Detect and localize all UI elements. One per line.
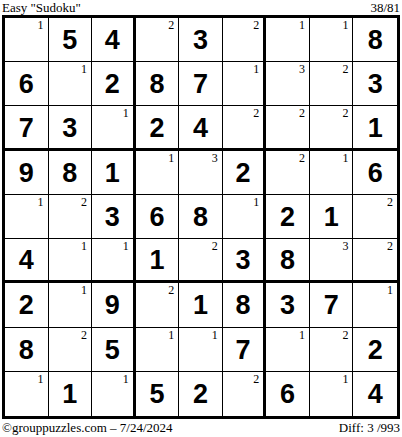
given-digit: 3 (49, 106, 92, 147)
sudoku-cell[interactable]: 2 (223, 151, 267, 195)
sudoku-cell[interactable]: 7 (5, 106, 49, 150)
pencil-mark: 1 (299, 18, 305, 33)
sudoku-cell[interactable]: 3 (266, 62, 310, 106)
given-digit: 2 (266, 195, 309, 238)
sudoku-cell[interactable]: 9 (5, 151, 49, 195)
sudoku-cell[interactable]: 6 (5, 62, 49, 106)
given-digit: 5 (136, 372, 179, 416)
pencil-mark: 3 (299, 62, 305, 77)
sudoku-cell[interactable]: 1 (310, 372, 354, 416)
sudoku-cell[interactable]: 2 (179, 239, 223, 283)
sudoku-cell[interactable]: 3 (353, 62, 397, 106)
pencil-mark: 2 (299, 151, 305, 166)
sudoku-cell[interactable]: 1 (92, 372, 136, 416)
given-digit: 7 (310, 283, 353, 326)
sudoku-cell[interactable]: 2 (136, 283, 180, 327)
sudoku-cell[interactable]: 4 (5, 239, 49, 283)
sudoku-cell[interactable]: 2 (353, 328, 397, 372)
sudoku-cell[interactable]: 1 (49, 283, 93, 327)
sudoku-cell[interactable]: 2 (266, 195, 310, 239)
pencil-mark: 2 (387, 239, 393, 254)
sudoku-cell[interactable]: 1 (92, 106, 136, 150)
given-digit: 6 (136, 195, 179, 238)
pencil-mark: 2 (168, 18, 174, 33)
pencil-mark: 2 (342, 62, 348, 77)
given-digit: 5 (49, 18, 92, 61)
given-digit: 1 (92, 151, 133, 194)
puzzle-title: Easy "Sudoku" (2, 1, 81, 14)
sudoku-cell[interactable]: 8 (179, 195, 223, 239)
pencil-mark: 1 (38, 195, 44, 210)
sudoku-cell[interactable]: 6 (353, 151, 397, 195)
pencil-mark: 2 (212, 239, 218, 254)
given-digit: 3 (266, 283, 309, 326)
sudoku-cell[interactable]: 8 (223, 283, 267, 327)
sudoku-cell[interactable]: 1 (49, 372, 93, 416)
pencil-mark: 1 (253, 62, 259, 77)
sudoku-cell[interactable]: 3 (310, 239, 354, 283)
pencil-mark: 2 (342, 106, 348, 121)
given-digit: 9 (5, 151, 48, 194)
pencil-mark: 2 (81, 328, 87, 343)
pencil-mark: 3 (212, 151, 218, 166)
pencil-mark: 2 (253, 18, 259, 33)
sudoku-cell[interactable]: 7 (223, 328, 267, 372)
given-digit: 2 (179, 372, 222, 416)
sudoku-cell[interactable]: 1 (223, 195, 267, 239)
sudoku-cell[interactable]: 6 (266, 372, 310, 416)
pencil-mark: 1 (212, 328, 218, 343)
pencil-mark: 1 (81, 239, 87, 254)
sudoku-board: 1542321186128713237312422219811322161236… (2, 15, 400, 419)
sudoku-cell[interactable]: 2 (266, 106, 310, 150)
given-digit: 1 (179, 283, 222, 326)
sudoku-cell[interactable]: 3 (223, 239, 267, 283)
pencil-mark: 2 (81, 195, 87, 210)
sudoku-cell[interactable]: 2 (310, 328, 354, 372)
pencil-mark: 1 (253, 195, 259, 210)
given-digit: 8 (223, 283, 264, 326)
given-digit: 8 (266, 239, 309, 280)
sudoku-cell[interactable]: 1 (49, 239, 93, 283)
given-digit: 8 (5, 328, 48, 371)
sudoku-cell[interactable]: 1 (5, 195, 49, 239)
pencil-mark: 1 (81, 62, 87, 77)
sudoku-cell[interactable]: 8 (49, 151, 93, 195)
pencil-mark: 1 (168, 151, 174, 166)
given-digit: 4 (5, 239, 48, 280)
sudoku-cell[interactable]: 1 (266, 328, 310, 372)
sudoku-cell[interactable]: 1 (136, 239, 180, 283)
given-digit: 8 (179, 195, 222, 238)
pencil-mark: 2 (168, 283, 174, 298)
pencil-mark: 2 (253, 106, 259, 121)
sudoku-cell[interactable]: 1 (310, 195, 354, 239)
given-digit: 7 (223, 328, 264, 371)
sudoku-cell[interactable]: 2 (223, 372, 267, 416)
sudoku-cell[interactable]: 2 (353, 195, 397, 239)
sudoku-cell[interactable]: 1 (353, 106, 397, 150)
sudoku-cell[interactable]: 1 (5, 18, 49, 62)
sudoku-cell[interactable]: 7 (179, 62, 223, 106)
given-digit: 6 (266, 372, 309, 416)
sudoku-cell[interactable]: 5 (49, 18, 93, 62)
sudoku-cell[interactable]: 1 (5, 372, 49, 416)
sudoku-cell[interactable]: 3 (49, 106, 93, 150)
given-digit: 2 (92, 62, 133, 105)
sudoku-cell[interactable]: 1 (92, 151, 136, 195)
given-digit: 6 (5, 62, 48, 105)
pencil-mark: 2 (299, 106, 305, 121)
sudoku-cell[interactable]: 5 (136, 372, 180, 416)
given-digit: 2 (223, 151, 264, 194)
sudoku-cell[interactable]: 1 (136, 151, 180, 195)
sudoku-cell[interactable]: 1 (49, 62, 93, 106)
page-header: Easy "Sudoku" 38/81 (0, 0, 402, 15)
given-digit: 5 (92, 328, 133, 371)
page-footer: ©grouppuzzles.com – 7/24/2024 Diff: 3 /9… (0, 419, 402, 437)
sudoku-cell[interactable]: 2 (5, 283, 49, 327)
empty-cell-counter: 38/81 (370, 1, 400, 14)
given-digit: 3 (92, 195, 133, 238)
sudoku-cell[interactable]: 1 (92, 239, 136, 283)
sudoku-cell[interactable]: 2 (223, 106, 267, 150)
sudoku-cell[interactable]: 1 (310, 18, 354, 62)
pencil-mark: 1 (123, 372, 129, 387)
given-digit: 1 (49, 372, 92, 416)
sudoku-cell[interactable]: 8 (266, 239, 310, 283)
sudoku-cell[interactable]: 1 (223, 62, 267, 106)
given-digit: 8 (136, 62, 179, 105)
sudoku-cell[interactable]: 3 (179, 18, 223, 62)
pencil-mark: 3 (342, 239, 348, 254)
given-digit: 2 (136, 106, 179, 147)
site-credit: ©grouppuzzles.com – 7/24/2024 (2, 421, 173, 434)
given-digit: 3 (223, 239, 264, 280)
sudoku-cell[interactable]: 8 (136, 62, 180, 106)
sudoku-cell[interactable]: 2 (266, 151, 310, 195)
sudoku-cell[interactable]: 2 (179, 372, 223, 416)
given-digit: 6 (353, 151, 397, 194)
pencil-mark: 1 (168, 328, 174, 343)
sudoku-cell[interactable]: 1 (179, 283, 223, 327)
given-digit: 4 (179, 106, 222, 147)
sudoku-cell[interactable]: 3 (266, 283, 310, 327)
given-digit: 3 (179, 18, 222, 61)
pencil-mark: 2 (253, 372, 259, 387)
given-digit: 7 (5, 106, 48, 147)
sudoku-cell[interactable]: 2 (49, 328, 93, 372)
sudoku-cell[interactable]: 2 (223, 18, 267, 62)
pencil-mark: 2 (342, 328, 348, 343)
sudoku-cell[interactable]: 2 (310, 106, 354, 150)
given-digit: 2 (5, 283, 48, 326)
sudoku-cell[interactable]: 9 (92, 283, 136, 327)
sudoku-cell[interactable]: 2 (310, 62, 354, 106)
difficulty-label: Diff: 3 /993 (339, 421, 400, 434)
sudoku-cell[interactable]: 3 (179, 151, 223, 195)
sudoku-cell[interactable]: 1 (266, 18, 310, 62)
given-digit: 1 (353, 106, 397, 147)
given-digit: 3 (353, 62, 397, 105)
pencil-mark: 1 (81, 283, 87, 298)
sudoku-cell[interactable]: 1 (310, 151, 354, 195)
given-digit: 1 (136, 239, 179, 280)
sudoku-cell[interactable]: 2 (353, 239, 397, 283)
sudoku-cell[interactable]: 5 (92, 328, 136, 372)
given-digit: 2 (353, 328, 397, 371)
given-digit: 4 (353, 372, 397, 416)
sudoku-cell[interactable]: 1 (136, 328, 180, 372)
sudoku-cell[interactable]: 2 (92, 62, 136, 106)
sudoku-cell[interactable]: 4 (92, 18, 136, 62)
sudoku-cell[interactable]: 2 (136, 106, 180, 150)
sudoku-cell[interactable]: 2 (49, 195, 93, 239)
sudoku-cell[interactable]: 8 (5, 328, 49, 372)
pencil-mark: 1 (38, 372, 44, 387)
sudoku-cell[interactable]: 8 (353, 18, 397, 62)
pencil-mark: 1 (38, 18, 44, 33)
pencil-mark: 1 (387, 283, 393, 298)
given-digit: 8 (353, 18, 397, 61)
sudoku-cell[interactable]: 7 (310, 283, 354, 327)
sudoku-cell[interactable]: 1 (353, 283, 397, 327)
sudoku-cell[interactable]: 1 (179, 328, 223, 372)
pencil-mark: 1 (299, 328, 305, 343)
pencil-mark: 1 (342, 372, 348, 387)
sudoku-cell[interactable]: 4 (353, 372, 397, 416)
given-digit: 8 (49, 151, 92, 194)
pencil-mark: 1 (342, 151, 348, 166)
given-digit: 1 (310, 195, 353, 238)
sudoku-cell[interactable]: 4 (179, 106, 223, 150)
given-digit: 9 (92, 283, 133, 326)
sudoku-page: Easy "Sudoku" 38/81 15423211861287132373… (0, 0, 402, 437)
pencil-mark: 2 (387, 195, 393, 210)
sudoku-cell[interactable]: 3 (92, 195, 136, 239)
pencil-mark: 1 (342, 18, 348, 33)
sudoku-cell[interactable]: 6 (136, 195, 180, 239)
sudoku-cell[interactable]: 2 (136, 18, 180, 62)
pencil-mark: 1 (123, 106, 129, 121)
pencil-mark: 1 (123, 239, 129, 254)
given-digit: 7 (179, 62, 222, 105)
given-digit: 4 (92, 18, 133, 61)
